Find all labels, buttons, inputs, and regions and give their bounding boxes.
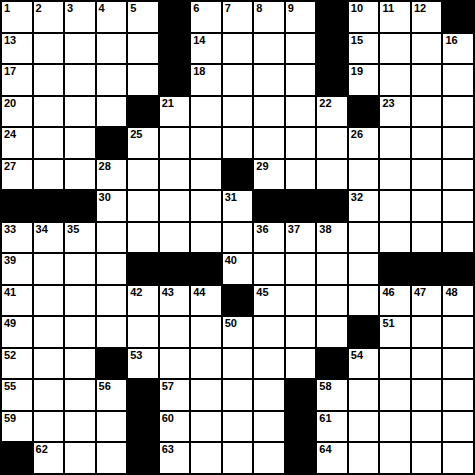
black-cell-r9c14	[412, 254, 442, 284]
cell-r8c14[interactable]	[412, 223, 442, 253]
cell-r9c9[interactable]	[254, 254, 284, 284]
cell-r2c4[interactable]	[97, 34, 127, 64]
black-cell-r11c12	[349, 317, 379, 347]
cell-r1c2[interactable]: 2	[34, 2, 64, 32]
black-cell-r7c3	[65, 191, 95, 221]
cell-r10c14[interactable]: 47	[412, 286, 442, 316]
cell-r12c10[interactable]	[286, 349, 316, 379]
cell-r12c8[interactable]	[223, 349, 253, 379]
cell-r4c14[interactable]	[412, 97, 442, 127]
clue-number-8: 8	[256, 2, 262, 15]
clue-number-44: 44	[193, 286, 205, 299]
cell-r4c13[interactable]: 23	[380, 97, 410, 127]
cell-r15c2[interactable]: 62	[34, 443, 64, 473]
clue-number-35: 35	[67, 223, 79, 236]
cell-r3c7[interactable]: 18	[191, 65, 221, 95]
cell-r2c5[interactable]	[128, 34, 158, 64]
cell-r1c7[interactable]: 6	[191, 2, 221, 32]
cell-r11c1[interactable]: 49	[2, 317, 32, 347]
cell-r9c11[interactable]	[317, 254, 347, 284]
cell-r13c14[interactable]	[412, 380, 442, 410]
cell-r1c14[interactable]: 12	[412, 2, 442, 32]
cell-r5c10[interactable]	[286, 128, 316, 158]
cell-r1c1[interactable]: 1	[2, 2, 32, 32]
black-cell-r15c5	[128, 443, 158, 473]
cell-r5c3[interactable]	[65, 128, 95, 158]
clue-number-3: 3	[67, 2, 73, 15]
black-cell-r15c10	[286, 443, 316, 473]
cell-r11c5[interactable]	[128, 317, 158, 347]
cell-r10c5[interactable]: 42	[128, 286, 158, 316]
cell-r8c7[interactable]	[191, 223, 221, 253]
cell-r14c12[interactable]	[349, 412, 379, 442]
cell-r2c7[interactable]: 14	[191, 34, 221, 64]
cell-r8c3[interactable]: 35	[65, 223, 95, 253]
cell-r4c1[interactable]: 20	[2, 97, 32, 127]
cell-r6c11[interactable]	[317, 160, 347, 190]
black-cell-r3c11	[317, 65, 347, 95]
black-cell-r9c13	[380, 254, 410, 284]
cell-r13c6[interactable]: 57	[160, 380, 190, 410]
clue-number-6: 6	[193, 2, 199, 15]
clue-number-21: 21	[162, 97, 174, 110]
clue-number-36: 36	[256, 223, 268, 236]
cell-r5c1[interactable]: 24	[2, 128, 32, 158]
cell-r10c10[interactable]	[286, 286, 316, 316]
cell-r1c10[interactable]: 9	[286, 2, 316, 32]
cell-r5c6[interactable]	[160, 128, 190, 158]
cell-r2c1[interactable]: 13	[2, 34, 32, 64]
cell-r14c15[interactable]	[443, 412, 473, 442]
black-cell-r4c5	[128, 97, 158, 127]
cell-r11c7[interactable]	[191, 317, 221, 347]
clue-number-28: 28	[99, 160, 111, 173]
clue-number-63: 63	[162, 443, 174, 456]
cell-r13c9[interactable]	[254, 380, 284, 410]
black-cell-r7c2	[34, 191, 64, 221]
cell-r4c15[interactable]	[443, 97, 473, 127]
cell-r9c2[interactable]	[34, 254, 64, 284]
cell-r7c7[interactable]	[191, 191, 221, 221]
cell-r4c7[interactable]	[191, 97, 221, 127]
clue-number-42: 42	[130, 286, 142, 299]
cell-r11c6[interactable]	[160, 317, 190, 347]
cell-r12c15[interactable]	[443, 349, 473, 379]
black-cell-r7c10	[286, 191, 316, 221]
cell-r2c14[interactable]	[412, 34, 442, 64]
cell-r12c5[interactable]: 53	[128, 349, 158, 379]
black-cell-r1c6	[160, 2, 190, 32]
clue-number-40: 40	[225, 254, 237, 267]
clue-number-41: 41	[4, 286, 16, 299]
cell-r10c12[interactable]	[349, 286, 379, 316]
cell-r2c8[interactable]	[223, 34, 253, 64]
cell-r1c5[interactable]: 5	[128, 2, 158, 32]
clue-number-5: 5	[130, 2, 136, 15]
cell-r6c13[interactable]	[380, 160, 410, 190]
cell-r8c9[interactable]: 36	[254, 223, 284, 253]
cell-r15c9[interactable]	[254, 443, 284, 473]
clue-number-34: 34	[36, 223, 48, 236]
cell-r9c8[interactable]: 40	[223, 254, 253, 284]
black-cell-r3c6	[160, 65, 190, 95]
cell-r4c10[interactable]	[286, 97, 316, 127]
clue-number-57: 57	[162, 380, 174, 393]
cell-r13c4[interactable]: 56	[97, 380, 127, 410]
cell-r4c3[interactable]	[65, 97, 95, 127]
cell-r10c2[interactable]	[34, 286, 64, 316]
clue-number-16: 16	[445, 34, 457, 47]
clue-number-52: 52	[4, 349, 16, 362]
cell-r6c6[interactable]	[160, 160, 190, 190]
cell-r4c8[interactable]	[223, 97, 253, 127]
cell-r3c9[interactable]	[254, 65, 284, 95]
cell-r15c12[interactable]	[349, 443, 379, 473]
clue-number-61: 61	[319, 412, 331, 425]
black-cell-r9c5	[128, 254, 158, 284]
clue-number-30: 30	[99, 191, 111, 204]
cell-r12c7[interactable]	[191, 349, 221, 379]
crossword-grid: 1234567891011121314151617181920212223242…	[0, 0, 475, 475]
black-cell-r7c11	[317, 191, 347, 221]
cell-r11c13[interactable]: 51	[380, 317, 410, 347]
black-cell-r4c12	[349, 97, 379, 127]
black-cell-r10c8	[223, 286, 253, 316]
clue-number-64: 64	[319, 443, 331, 456]
cell-r7c14[interactable]	[412, 191, 442, 221]
cell-r14c6[interactable]: 60	[160, 412, 190, 442]
cell-r3c15[interactable]	[443, 65, 473, 95]
cell-r5c15[interactable]	[443, 128, 473, 158]
cell-r3c2[interactable]	[34, 65, 64, 95]
cell-r2c10[interactable]	[286, 34, 316, 64]
cell-r6c12[interactable]	[349, 160, 379, 190]
cell-r7c5[interactable]	[128, 191, 158, 221]
clue-number-29: 29	[256, 160, 268, 173]
clue-number-22: 22	[319, 97, 331, 110]
clue-number-27: 27	[4, 160, 16, 173]
cell-r14c7[interactable]	[191, 412, 221, 442]
cell-r8c10[interactable]: 37	[286, 223, 316, 253]
cell-r1c12[interactable]: 10	[349, 2, 379, 32]
cell-r5c8[interactable]	[223, 128, 253, 158]
black-cell-r12c4	[97, 349, 127, 379]
cell-r8c8[interactable]	[223, 223, 253, 253]
cell-r13c15[interactable]	[443, 380, 473, 410]
clue-number-24: 24	[4, 128, 16, 141]
clue-number-2: 2	[36, 2, 42, 15]
cell-r12c13[interactable]	[380, 349, 410, 379]
clue-number-62: 62	[36, 443, 48, 456]
cell-r3c14[interactable]	[412, 65, 442, 95]
clue-number-23: 23	[382, 97, 394, 110]
cell-r4c4[interactable]	[97, 97, 127, 127]
cell-r13c8[interactable]	[223, 380, 253, 410]
clue-number-56: 56	[99, 380, 111, 393]
cell-r6c1[interactable]: 27	[2, 160, 32, 190]
cell-r2c2[interactable]	[34, 34, 64, 64]
cell-r15c14[interactable]	[412, 443, 442, 473]
clue-number-4: 4	[99, 2, 105, 15]
cell-r12c2[interactable]	[34, 349, 64, 379]
cell-r15c7[interactable]	[191, 443, 221, 473]
clue-number-7: 7	[225, 2, 231, 15]
clue-number-10: 10	[351, 2, 363, 15]
cell-r10c9[interactable]: 45	[254, 286, 284, 316]
cell-r11c3[interactable]	[65, 317, 95, 347]
cell-r1c3[interactable]: 3	[65, 2, 95, 32]
cell-r9c1[interactable]: 39	[2, 254, 32, 284]
cell-r14c1[interactable]: 59	[2, 412, 32, 442]
cell-r15c6[interactable]: 63	[160, 443, 190, 473]
cell-r9c3[interactable]	[65, 254, 95, 284]
cell-r7c15[interactable]	[443, 191, 473, 221]
cell-r11c14[interactable]	[412, 317, 442, 347]
cell-r3c4[interactable]	[97, 65, 127, 95]
clue-number-33: 33	[4, 223, 16, 236]
cell-r5c7[interactable]	[191, 128, 221, 158]
cell-r6c14[interactable]	[412, 160, 442, 190]
black-cell-r9c7	[191, 254, 221, 284]
cell-r8c1[interactable]: 33	[2, 223, 32, 253]
cell-r6c10[interactable]	[286, 160, 316, 190]
cell-r11c15[interactable]	[443, 317, 473, 347]
cell-r13c7[interactable]	[191, 380, 221, 410]
black-cell-r2c11	[317, 34, 347, 64]
cell-r3c5[interactable]	[128, 65, 158, 95]
cell-r11c2[interactable]	[34, 317, 64, 347]
cell-r14c2[interactable]	[34, 412, 64, 442]
clue-number-43: 43	[162, 286, 174, 299]
clue-number-20: 20	[4, 97, 16, 110]
black-cell-r13c5	[128, 380, 158, 410]
clue-number-50: 50	[225, 317, 237, 330]
cell-r5c12[interactable]: 26	[349, 128, 379, 158]
cell-r15c11[interactable]: 64	[317, 443, 347, 473]
cell-r3c13[interactable]	[380, 65, 410, 95]
cell-r7c13[interactable]	[380, 191, 410, 221]
cell-r8c2[interactable]: 34	[34, 223, 64, 253]
black-cell-r14c10	[286, 412, 316, 442]
black-cell-r12c11	[317, 349, 347, 379]
cell-r7c8[interactable]: 31	[223, 191, 253, 221]
cell-r11c10[interactable]	[286, 317, 316, 347]
cell-r5c14[interactable]	[412, 128, 442, 158]
cell-r5c5[interactable]: 25	[128, 128, 158, 158]
cell-r10c7[interactable]: 44	[191, 286, 221, 316]
cell-r7c4[interactable]: 30	[97, 191, 127, 221]
clue-number-31: 31	[225, 191, 237, 204]
cell-r14c8[interactable]	[223, 412, 253, 442]
cell-r14c4[interactable]	[97, 412, 127, 442]
cell-r13c2[interactable]	[34, 380, 64, 410]
cell-r4c9[interactable]	[254, 97, 284, 127]
cell-r10c3[interactable]	[65, 286, 95, 316]
clue-number-32: 32	[351, 191, 363, 204]
clue-number-14: 14	[193, 34, 205, 47]
cell-r10c4[interactable]	[97, 286, 127, 316]
clue-number-9: 9	[288, 2, 294, 15]
cell-r2c15[interactable]: 16	[443, 34, 473, 64]
black-cell-r1c15	[443, 2, 473, 32]
cell-r1c4[interactable]: 4	[97, 2, 127, 32]
clue-number-39: 39	[4, 254, 16, 267]
cell-r3c1[interactable]: 17	[2, 65, 32, 95]
clue-number-53: 53	[130, 349, 142, 362]
black-cell-r9c6	[160, 254, 190, 284]
clue-number-60: 60	[162, 412, 174, 425]
cell-r15c4[interactable]	[97, 443, 127, 473]
cell-r8c15[interactable]	[443, 223, 473, 253]
cell-r3c10[interactable]	[286, 65, 316, 95]
cell-r9c4[interactable]	[97, 254, 127, 284]
cell-r6c9[interactable]: 29	[254, 160, 284, 190]
cell-r1c8[interactable]: 7	[223, 2, 253, 32]
cell-r3c12[interactable]: 19	[349, 65, 379, 95]
black-cell-r9c15	[443, 254, 473, 284]
clue-number-49: 49	[4, 317, 16, 330]
cell-r12c1[interactable]: 52	[2, 349, 32, 379]
cell-r15c13[interactable]	[380, 443, 410, 473]
black-cell-r7c9	[254, 191, 284, 221]
cell-r11c8[interactable]: 50	[223, 317, 253, 347]
cell-r8c5[interactable]	[128, 223, 158, 253]
clue-number-59: 59	[4, 412, 16, 425]
clue-number-55: 55	[4, 380, 16, 393]
cell-r11c4[interactable]	[97, 317, 127, 347]
cell-r14c9[interactable]	[254, 412, 284, 442]
cell-r10c1[interactable]: 41	[2, 286, 32, 316]
cell-r14c13[interactable]	[380, 412, 410, 442]
cell-r2c12[interactable]: 15	[349, 34, 379, 64]
cell-r5c11[interactable]	[317, 128, 347, 158]
clue-number-1: 1	[4, 2, 10, 15]
clue-number-38: 38	[319, 223, 331, 236]
cell-r15c8[interactable]	[223, 443, 253, 473]
cell-r9c12[interactable]	[349, 254, 379, 284]
cell-r2c9[interactable]	[254, 34, 284, 64]
clue-number-19: 19	[351, 65, 363, 78]
cell-r13c3[interactable]	[65, 380, 95, 410]
clue-number-45: 45	[256, 286, 268, 299]
cell-r14c11[interactable]: 61	[317, 412, 347, 442]
cell-r13c13[interactable]	[380, 380, 410, 410]
clue-number-13: 13	[4, 34, 16, 47]
cell-r10c6[interactable]: 43	[160, 286, 190, 316]
clue-number-17: 17	[4, 65, 16, 78]
cell-r6c7[interactable]	[191, 160, 221, 190]
clue-number-58: 58	[319, 380, 331, 393]
clue-number-25: 25	[130, 128, 142, 141]
cell-r8c12[interactable]	[349, 223, 379, 253]
cell-r8c13[interactable]	[380, 223, 410, 253]
cell-r13c1[interactable]: 55	[2, 380, 32, 410]
cell-r4c11[interactable]: 22	[317, 97, 347, 127]
cell-r5c2[interactable]	[34, 128, 64, 158]
cell-r3c3[interactable]	[65, 65, 95, 95]
cell-r6c4[interactable]: 28	[97, 160, 127, 190]
cell-r5c13[interactable]	[380, 128, 410, 158]
black-cell-r13c10	[286, 380, 316, 410]
cell-r12c12[interactable]: 54	[349, 349, 379, 379]
cell-r4c2[interactable]	[34, 97, 64, 127]
black-cell-r14c5	[128, 412, 158, 442]
cell-r11c11[interactable]	[317, 317, 347, 347]
cell-r8c6[interactable]	[160, 223, 190, 253]
cell-r6c3[interactable]	[65, 160, 95, 190]
clue-number-46: 46	[382, 286, 394, 299]
clue-number-26: 26	[351, 128, 363, 141]
cell-r1c9[interactable]: 8	[254, 2, 284, 32]
cell-r1c13[interactable]: 11	[380, 2, 410, 32]
clue-number-51: 51	[382, 317, 394, 330]
cell-r10c15[interactable]: 48	[443, 286, 473, 316]
cell-r7c6[interactable]	[160, 191, 190, 221]
cell-r11c9[interactable]	[254, 317, 284, 347]
cell-r5c9[interactable]	[254, 128, 284, 158]
cell-r14c14[interactable]	[412, 412, 442, 442]
clue-number-48: 48	[445, 286, 457, 299]
black-cell-r5c4	[97, 128, 127, 158]
cell-r7c12[interactable]: 32	[349, 191, 379, 221]
clue-number-18: 18	[193, 65, 205, 78]
cell-r2c13[interactable]	[380, 34, 410, 64]
cell-r9c10[interactable]	[286, 254, 316, 284]
black-cell-r2c6	[160, 34, 190, 64]
clue-number-11: 11	[382, 2, 394, 15]
cell-r15c3[interactable]	[65, 443, 95, 473]
cell-r3c8[interactable]	[223, 65, 253, 95]
black-cell-r7c1	[2, 191, 32, 221]
cell-r12c9[interactable]	[254, 349, 284, 379]
black-cell-r1c11	[317, 2, 347, 32]
cell-r15c15[interactable]	[443, 443, 473, 473]
clue-number-15: 15	[351, 34, 363, 47]
cell-r6c15[interactable]	[443, 160, 473, 190]
clue-number-12: 12	[414, 2, 426, 15]
cell-r14c3[interactable]	[65, 412, 95, 442]
cell-r8c4[interactable]	[97, 223, 127, 253]
cell-r6c5[interactable]	[128, 160, 158, 190]
cell-r13c12[interactable]	[349, 380, 379, 410]
cell-r12c6[interactable]	[160, 349, 190, 379]
clue-number-47: 47	[414, 286, 426, 299]
clue-number-54: 54	[351, 349, 363, 362]
cell-r10c13[interactable]: 46	[380, 286, 410, 316]
cell-r4c6[interactable]: 21	[160, 97, 190, 127]
cell-r13c11[interactable]: 58	[317, 380, 347, 410]
cell-r12c3[interactable]	[65, 349, 95, 379]
black-cell-r6c8	[223, 160, 253, 190]
black-cell-r15c1	[2, 443, 32, 473]
cell-r12c14[interactable]	[412, 349, 442, 379]
cell-r2c3[interactable]	[65, 34, 95, 64]
cell-r6c2[interactable]	[34, 160, 64, 190]
cell-r10c11[interactable]	[317, 286, 347, 316]
cell-r8c11[interactable]: 38	[317, 223, 347, 253]
clue-number-37: 37	[288, 223, 300, 236]
